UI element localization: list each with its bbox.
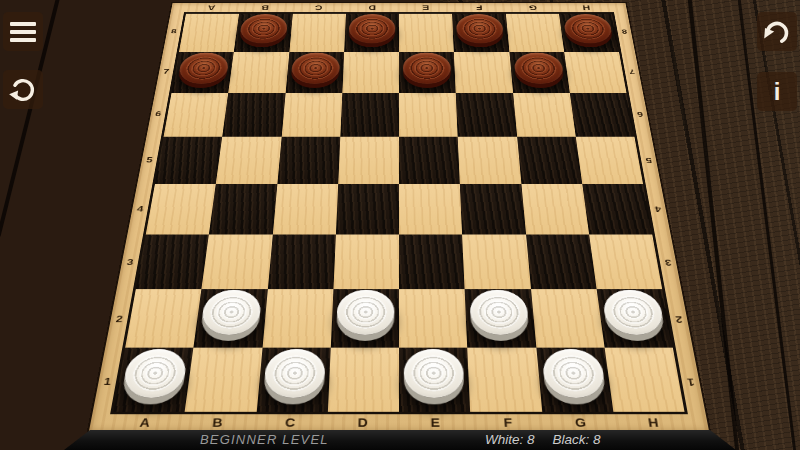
square-d8[interactable] (344, 14, 399, 52)
square-c3[interactable] (267, 234, 335, 289)
square-c6[interactable] (281, 93, 342, 137)
square-e7[interactable] (399, 52, 456, 93)
square-f8[interactable] (452, 14, 509, 52)
black-count: Black: 8 (553, 432, 601, 447)
square-g3[interactable] (526, 234, 597, 289)
white-man-h2[interactable] (601, 290, 666, 335)
square-g2[interactable] (531, 289, 605, 348)
square-a5[interactable] (155, 137, 222, 184)
checkers-board: ABCDEFGH ABCDEFGH 87654321 87654321 (89, 3, 709, 431)
square-a8[interactable] (179, 14, 239, 52)
square-h8[interactable] (559, 14, 619, 52)
square-a7[interactable] (172, 52, 234, 93)
square-c1[interactable] (256, 348, 330, 412)
square-g5[interactable] (517, 137, 582, 184)
file-label-f: F (452, 3, 506, 12)
square-g6[interactable] (513, 93, 576, 137)
file-label-a: A (107, 414, 182, 431)
square-d2[interactable] (331, 289, 399, 348)
undo-icon (762, 17, 792, 47)
square-e6[interactable] (399, 93, 458, 137)
restart-icon (8, 75, 38, 105)
square-a4[interactable] (146, 184, 216, 235)
square-h1[interactable] (604, 348, 684, 412)
board-front-edge: BEGINNER LEVEL White: 8 Black: 8 (60, 430, 740, 450)
square-g4[interactable] (521, 184, 589, 235)
square-d5[interactable] (338, 137, 399, 184)
black-man-a7[interactable] (177, 53, 230, 84)
file-label-a: A (184, 3, 239, 12)
square-b8[interactable] (234, 14, 292, 52)
white-man-d2[interactable] (336, 290, 394, 335)
file-label-g: G (543, 414, 618, 431)
file-label-f: F (471, 414, 545, 431)
square-a1[interactable] (113, 348, 193, 412)
square-h7[interactable] (564, 52, 626, 93)
square-d6[interactable] (340, 93, 399, 137)
square-f7[interactable] (454, 52, 513, 93)
black-man-d8[interactable] (348, 14, 395, 43)
square-e5[interactable] (399, 137, 460, 184)
square-e2[interactable] (399, 289, 467, 348)
undo-button[interactable] (757, 12, 797, 51)
square-e8[interactable] (399, 14, 454, 52)
square-h3[interactable] (589, 234, 662, 289)
square-a2[interactable] (125, 289, 202, 348)
square-d4[interactable] (336, 184, 399, 235)
square-g8[interactable] (506, 14, 564, 52)
black-man-e7[interactable] (403, 53, 452, 84)
square-f6[interactable] (456, 93, 517, 137)
square-h6[interactable] (570, 93, 635, 137)
file-label-b: B (238, 3, 293, 12)
level-label: BEGINNER LEVEL (200, 432, 329, 447)
square-a3[interactable] (136, 234, 209, 289)
square-g7[interactable] (509, 52, 570, 93)
white-man-e1[interactable] (404, 349, 465, 398)
black-man-f8[interactable] (456, 14, 504, 43)
square-b5[interactable] (216, 137, 281, 184)
square-b1[interactable] (185, 348, 262, 412)
file-label-e: E (399, 414, 472, 431)
square-c4[interactable] (272, 184, 338, 235)
square-c8[interactable] (289, 14, 346, 52)
white-man-a1[interactable] (121, 349, 188, 398)
white-man-b2[interactable] (200, 290, 262, 335)
file-label-e: E (399, 3, 453, 12)
white-man-f2[interactable] (469, 290, 529, 335)
white-man-g1[interactable] (541, 349, 606, 398)
square-c7[interactable] (285, 52, 344, 93)
file-labels-top: ABCDEFGH (184, 3, 614, 12)
square-f3[interactable] (462, 234, 530, 289)
black-man-g7[interactable] (513, 53, 564, 84)
restart-button[interactable] (3, 70, 43, 109)
board-grid (110, 12, 688, 414)
square-h4[interactable] (582, 184, 652, 235)
file-label-c: C (291, 3, 345, 12)
square-b2[interactable] (194, 289, 268, 348)
square-b7[interactable] (228, 52, 289, 93)
square-h5[interactable] (576, 137, 643, 184)
square-e4[interactable] (399, 184, 462, 235)
file-label-d: D (326, 414, 399, 431)
square-d3[interactable] (333, 234, 399, 289)
square-h2[interactable] (596, 289, 673, 348)
square-e1[interactable] (399, 348, 470, 412)
file-label-c: C (253, 414, 327, 431)
square-f4[interactable] (460, 184, 526, 235)
black-man-h8[interactable] (563, 14, 614, 43)
white-man-c1[interactable] (263, 349, 326, 398)
piece-counters: White: 8 Black: 8 (485, 432, 601, 447)
square-a6[interactable] (164, 93, 229, 137)
square-c2[interactable] (262, 289, 333, 348)
square-f5[interactable] (458, 137, 521, 184)
square-f2[interactable] (465, 289, 536, 348)
hamburger-icon (10, 22, 36, 42)
file-label-h: H (616, 414, 691, 431)
square-d7[interactable] (342, 52, 399, 93)
file-label-b: B (180, 414, 255, 431)
menu-button[interactable] (3, 12, 43, 51)
info-icon: i (774, 80, 781, 104)
black-man-c7[interactable] (290, 53, 340, 84)
square-b4[interactable] (209, 184, 277, 235)
white-count: White: 8 (485, 432, 535, 447)
info-button[interactable]: i (757, 72, 797, 111)
file-labels-bottom: ABCDEFGH (107, 414, 691, 431)
square-b3[interactable] (202, 234, 273, 289)
square-f1[interactable] (467, 348, 541, 412)
square-e3[interactable] (399, 234, 465, 289)
square-b6[interactable] (222, 93, 285, 137)
square-d1[interactable] (328, 348, 399, 412)
black-man-b8[interactable] (239, 14, 289, 43)
file-label-h: H (559, 3, 614, 12)
file-label-d: D (345, 3, 399, 12)
square-g1[interactable] (536, 348, 613, 412)
file-label-g: G (506, 3, 561, 12)
checkers-app-screen: ABCDEFGH ABCDEFGH 87654321 87654321 BEGI… (0, 0, 800, 450)
square-c5[interactable] (277, 137, 340, 184)
